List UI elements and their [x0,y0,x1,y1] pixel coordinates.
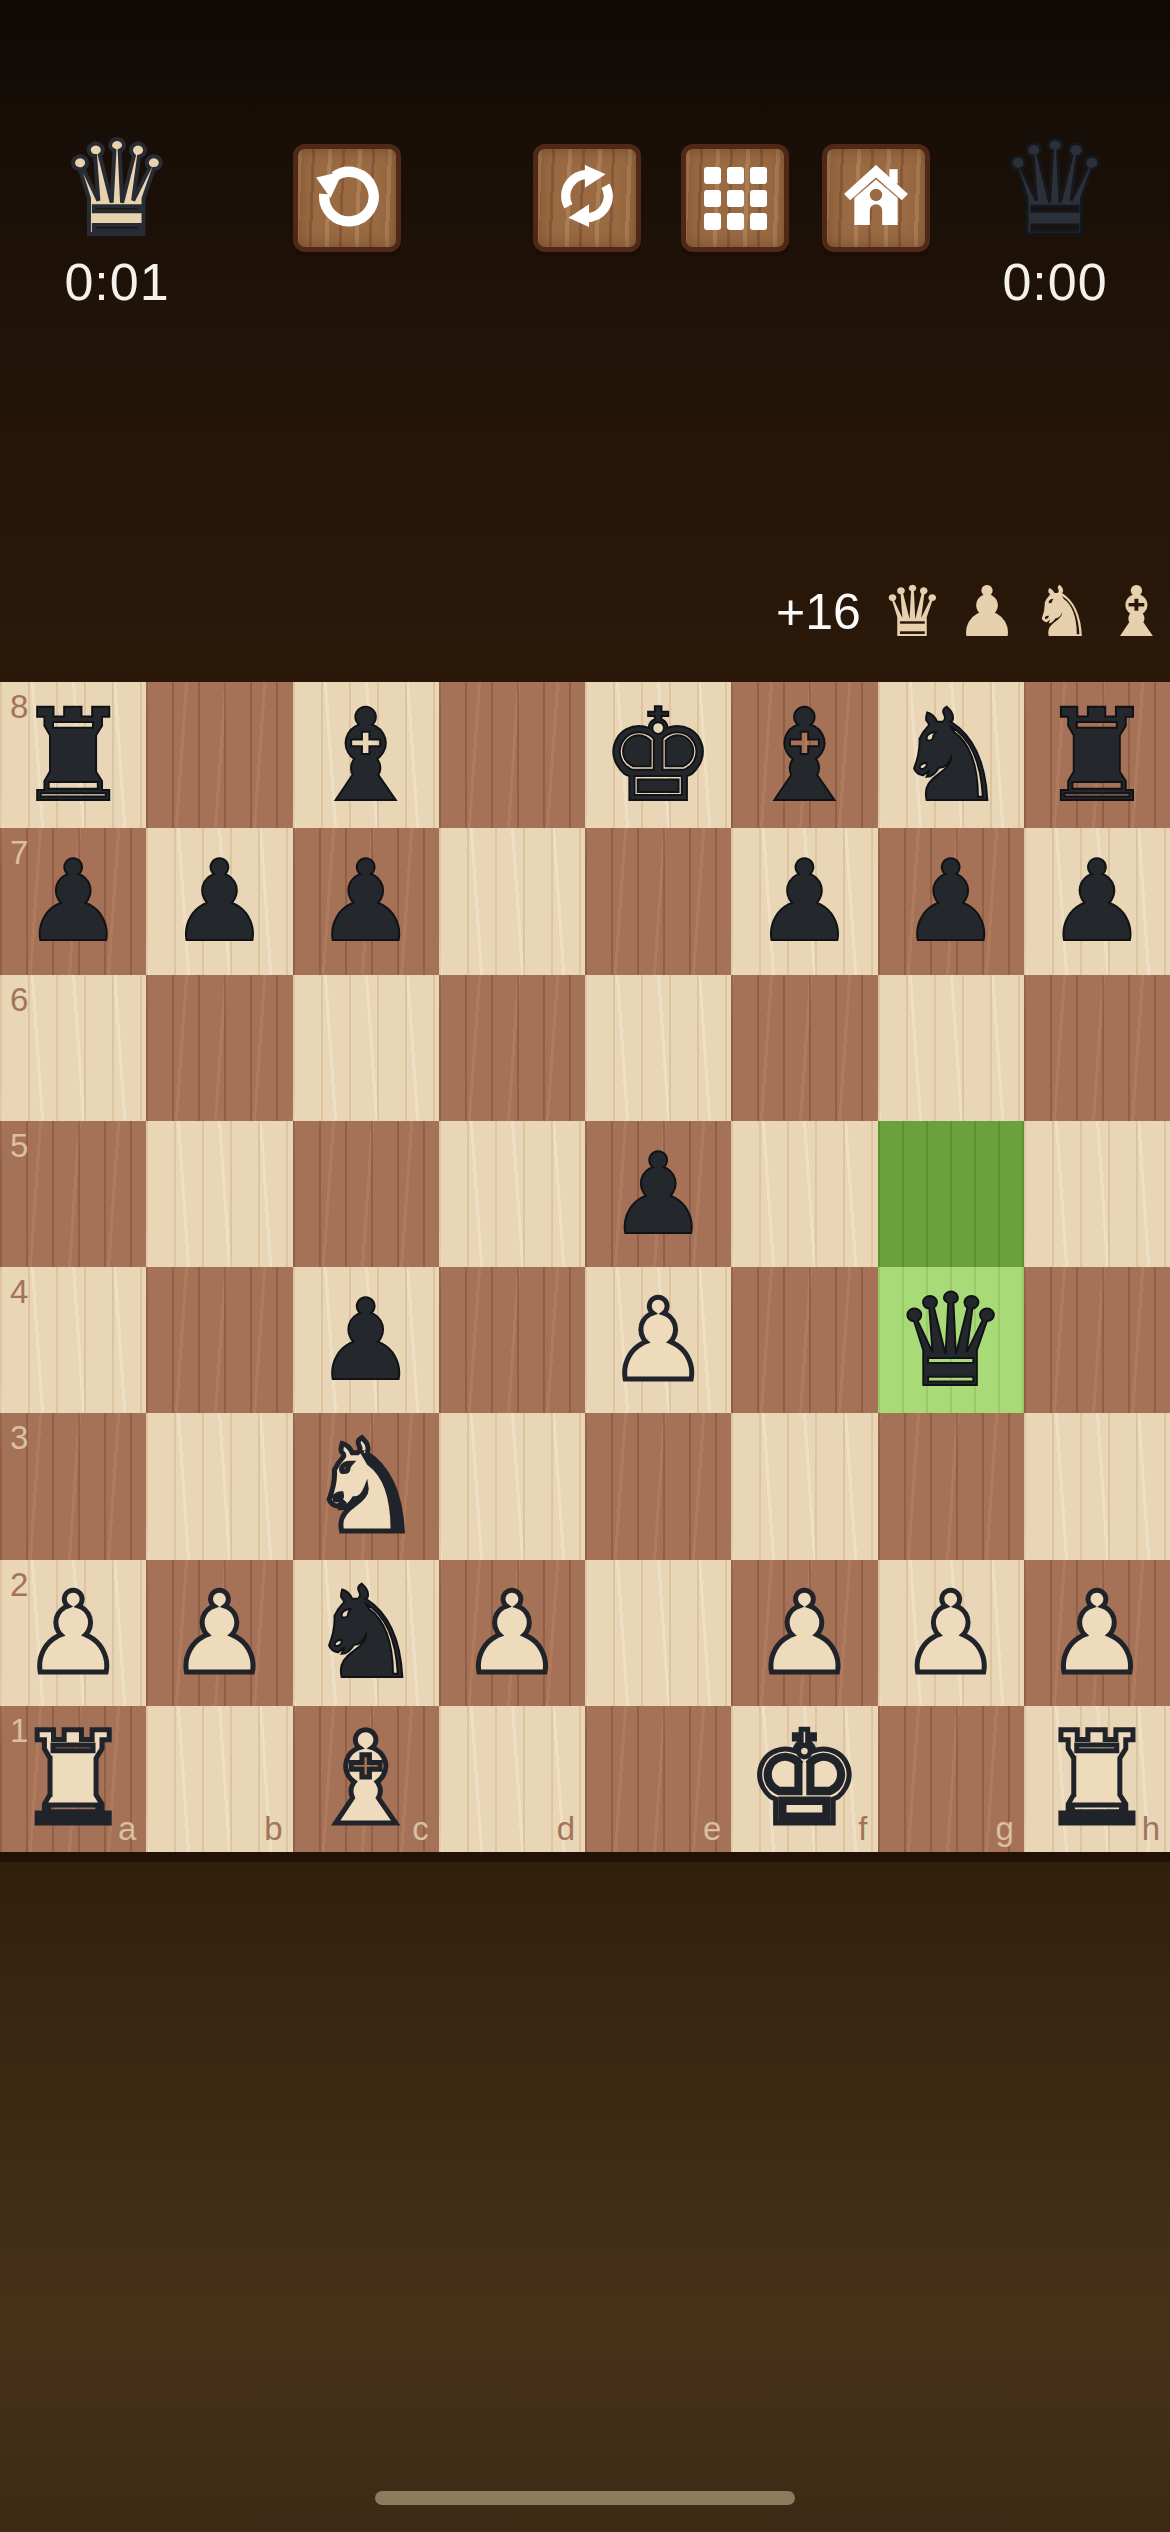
white-rook-a1: ♜ [0,1706,146,1852]
square-e4[interactable]: ♟ [585,1267,731,1413]
square-h5[interactable] [1024,1121,1170,1267]
black-queen-icon: ♛ [970,130,1140,248]
black-pawn-b7: ♟ [146,828,292,974]
white-pawn-b2: ♟ [146,1560,292,1706]
square-g1[interactable]: g [878,1706,1024,1852]
flip-icon [554,163,620,233]
white-pawn-g2: ♟ [878,1560,1024,1706]
square-b1[interactable]: b [146,1706,292,1852]
square-g5[interactable] [878,1121,1024,1267]
rank-label-3: 3 [10,1419,28,1457]
captured-pawn-icon: ♟ [956,576,1019,648]
white-pawn-d2: ♟ [439,1560,585,1706]
black-bishop-f8: ♝ [731,682,877,828]
chess-board: 8♜♝♚♝♞♜7♟♟♟♟♟♟65♟4♟♟♛3♞2♟♟♞♟♟♟♟1a♜bc♝def… [0,672,1170,1862]
white-clock: 0:01 [32,252,202,312]
square-e7[interactable] [585,828,731,974]
file-label-g: g [995,1810,1013,1848]
black-knight-g8: ♞ [878,682,1024,828]
square-b5[interactable] [146,1121,292,1267]
square-d8[interactable] [439,682,585,828]
captured-queen-icon: ♛ [881,576,944,648]
square-h2[interactable]: ♟ [1024,1560,1170,1706]
black-pawn-f7: ♟ [731,828,877,974]
home-button[interactable] [822,144,930,252]
square-h6[interactable] [1024,975,1170,1121]
square-c2[interactable]: ♞ [293,1560,439,1706]
square-e5[interactable]: ♟ [585,1121,731,1267]
file-label-b: b [264,1810,282,1848]
black-rook-a8: ♜ [0,682,146,828]
black-clock: 0:00 [970,252,1140,312]
white-pawn-e4: ♟ [585,1267,731,1413]
black-knight-c2: ♞ [293,1560,439,1706]
square-d5[interactable] [439,1121,585,1267]
square-d4[interactable] [439,1267,585,1413]
file-label-d: d [557,1810,575,1848]
white-rook-h1: ♜ [1024,1706,1170,1852]
square-b4[interactable] [146,1267,292,1413]
square-g2[interactable]: ♟ [878,1560,1024,1706]
square-d6[interactable] [439,975,585,1121]
black-pawn-e5: ♟ [585,1121,731,1267]
square-h4[interactable] [1024,1267,1170,1413]
square-b2[interactable]: ♟ [146,1560,292,1706]
square-e8[interactable]: ♚ [585,682,731,828]
square-d1[interactable]: d [439,1706,585,1852]
square-f2[interactable]: ♟ [731,1560,877,1706]
square-f7[interactable]: ♟ [731,828,877,974]
white-player-panel: ♛ 0:01 [32,130,202,312]
home-indicator[interactable] [375,2491,795,2505]
square-e2[interactable] [585,1560,731,1706]
square-c6[interactable] [293,975,439,1121]
captured-knight-icon: ♞ [1030,576,1093,648]
square-a3[interactable]: 3 [0,1413,146,1559]
square-d2[interactable]: ♟ [439,1560,585,1706]
square-b6[interactable] [146,975,292,1121]
black-pawn-c7: ♟ [293,828,439,974]
black-pawn-a7: ♟ [0,828,146,974]
white-pawn-h2: ♟ [1024,1560,1170,1706]
square-g3[interactable] [878,1413,1024,1559]
square-e3[interactable] [585,1413,731,1559]
white-pawn-f2: ♟ [731,1560,877,1706]
black-player-panel: ♛ 0:00 [970,130,1140,312]
square-h8[interactable]: ♜ [1024,682,1170,828]
material-advantage-row: +16 ♛♟♞♝ [776,576,1170,648]
square-a6[interactable]: 6 [0,975,146,1121]
square-g8[interactable]: ♞ [878,682,1024,828]
file-label-e: e [703,1810,721,1848]
black-pawn-g7: ♟ [878,828,1024,974]
square-a4[interactable]: 4 [0,1267,146,1413]
square-f6[interactable] [731,975,877,1121]
square-c4[interactable]: ♟ [293,1267,439,1413]
white-queen-icon: ♛ [32,130,202,248]
home-icon [843,163,909,233]
square-a2[interactable]: 2♟ [0,1560,146,1706]
white-king-f1: ♚ [731,1706,877,1852]
square-h7[interactable]: ♟ [1024,828,1170,974]
black-pawn-c4: ♟ [293,1267,439,1413]
black-pawn-h7: ♟ [1024,828,1170,974]
moves-grid-button[interactable] [681,144,789,252]
square-a1[interactable]: 1a♜ [0,1706,146,1852]
white-knight-c3: ♞ [293,1413,439,1559]
square-c3[interactable]: ♞ [293,1413,439,1559]
captured-bishop-icon: ♝ [1105,576,1168,648]
square-b8[interactable] [146,682,292,828]
square-d7[interactable] [439,828,585,974]
square-a8[interactable]: 8♜ [0,682,146,828]
rank-label-6: 6 [10,981,28,1019]
restart-icon [314,163,380,233]
square-f5[interactable] [731,1121,877,1267]
square-a7[interactable]: 7♟ [0,828,146,974]
square-e6[interactable] [585,975,731,1121]
square-e1[interactable]: e [585,1706,731,1852]
square-c5[interactable] [293,1121,439,1267]
square-f3[interactable] [731,1413,877,1559]
square-h3[interactable] [1024,1413,1170,1559]
black-bishop-c8: ♝ [293,682,439,828]
square-c8[interactable]: ♝ [293,682,439,828]
grid-icon [704,167,767,230]
square-g4[interactable]: ♛ [878,1267,1024,1413]
square-g7[interactable]: ♟ [878,828,1024,974]
square-b7[interactable]: ♟ [146,828,292,974]
square-f1[interactable]: f♚ [731,1706,877,1852]
black-rook-h8: ♜ [1024,682,1170,828]
square-g6[interactable] [878,975,1024,1121]
black-king-e8: ♚ [585,682,731,828]
square-a5[interactable]: 5 [0,1121,146,1267]
square-h1[interactable]: h♜ [1024,1706,1170,1852]
square-b3[interactable] [146,1413,292,1559]
rank-label-5: 5 [10,1127,28,1165]
material-advantage-value: +16 [776,583,861,641]
square-d3[interactable] [439,1413,585,1559]
chess-app-screen: ♛ 0:01 [0,0,1170,2532]
white-bishop-c1: ♝ [293,1706,439,1852]
square-f8[interactable]: ♝ [731,682,877,828]
square-f4[interactable] [731,1267,877,1413]
restart-button[interactable] [293,144,401,252]
flip-board-button[interactable] [533,144,641,252]
rank-label-4: 4 [10,1273,28,1311]
square-c1[interactable]: c♝ [293,1706,439,1852]
square-c7[interactable]: ♟ [293,828,439,974]
black-queen-g4: ♛ [878,1267,1024,1413]
white-pawn-a2: ♟ [0,1560,146,1706]
